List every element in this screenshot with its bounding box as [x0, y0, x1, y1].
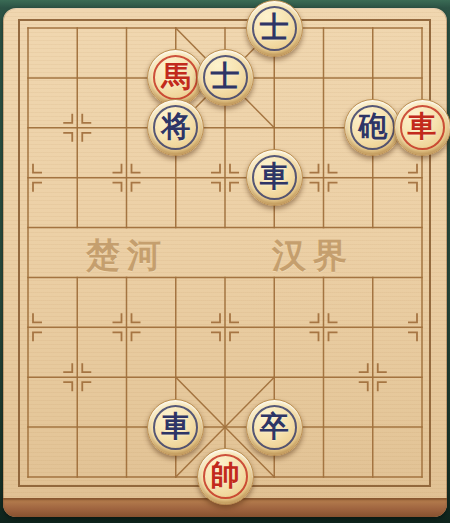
piece-black-chariot-1[interactable]: 車: [246, 149, 303, 206]
piece-glyph: 車: [161, 412, 190, 441]
piece-glyph: 馬: [161, 62, 190, 91]
piece-glyph: 砲: [358, 112, 387, 141]
piece-glyph: 車: [408, 112, 437, 141]
piece-glyph: 帥: [211, 461, 240, 490]
piece-glyph: 士: [260, 13, 289, 42]
piece-red-horse[interactable]: 馬: [147, 49, 204, 106]
piece-black-advisor-1[interactable]: 士: [246, 0, 303, 57]
piece-glyph: 車: [260, 162, 289, 191]
piece-glyph: 卒: [260, 412, 289, 441]
piece-red-general[interactable]: 帥: [197, 448, 254, 505]
piece-black-soldier[interactable]: 卒: [246, 399, 303, 456]
piece-black-advisor-2[interactable]: 士: [197, 49, 254, 106]
piece-black-cannon[interactable]: 砲: [344, 99, 401, 156]
board-point-grid[interactable]: 士馬士将砲車車車卒帥: [3, 3, 446, 502]
piece-red-chariot[interactable]: 車: [394, 99, 450, 156]
piece-glyph: 将: [161, 112, 190, 141]
xiangqi-game-screen: 楚河 汉界 士馬士将砲車車車卒帥: [0, 0, 450, 523]
piece-black-chariot-2[interactable]: 車: [147, 399, 204, 456]
piece-black-general[interactable]: 将: [147, 99, 204, 156]
piece-glyph: 士: [211, 62, 240, 91]
